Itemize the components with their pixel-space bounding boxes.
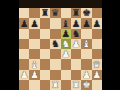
board-top-crop-band [19,0,102,8]
square-a4[interactable] [19,49,29,59]
white-pawn[interactable]: ♟ [61,49,70,58]
black-pawn[interactable]: ♟ [82,18,91,27]
black-pawn[interactable]: ♟ [61,29,70,38]
black-rook[interactable]: ♜ [72,8,81,17]
black-knight[interactable]: ♞ [51,39,60,48]
white-pawn[interactable]: ♟ [20,70,29,79]
black-pawn[interactable]: ♟ [30,18,39,27]
square-c2[interactable] [40,70,50,80]
square-c1[interactable] [40,80,50,90]
square-f4[interactable] [71,49,81,59]
square-e3[interactable] [61,59,71,69]
square-h3[interactable]: ♛ [92,59,102,69]
square-g1[interactable]: ♚ [81,80,91,90]
black-rook[interactable]: ♜ [41,8,50,17]
square-h5[interactable] [92,39,102,49]
square-d2[interactable] [50,70,60,80]
square-f3[interactable] [71,59,81,69]
square-b2[interactable]: ♟ [29,70,39,80]
square-a8[interactable] [19,8,29,18]
white-pawn[interactable]: ♟ [82,70,91,79]
chess-board: ♜♛♜♚♟♟♝♟♟♟♟♞♞♞♟♝♟♝♛♟♟♟♟♜♜♚ [19,8,102,90]
black-bishop[interactable]: ♝ [61,18,70,27]
square-a5[interactable] [19,39,29,49]
square-c3[interactable] [40,59,50,69]
square-b7[interactable]: ♟ [29,18,39,28]
square-g8[interactable]: ♚ [81,8,91,18]
left-letterbox-bar [0,0,19,90]
square-c7[interactable] [40,18,50,28]
square-e2[interactable] [61,70,71,80]
white-king[interactable]: ♚ [82,80,91,89]
square-b4[interactable] [29,49,39,59]
square-a6[interactable] [19,29,29,39]
square-f2[interactable] [71,70,81,80]
white-bishop[interactable]: ♝ [30,59,39,68]
square-g3[interactable] [81,59,91,69]
black-king[interactable]: ♚ [82,8,91,17]
video-frame: ♜♛♜♚♟♟♝♟♟♟♟♞♞♞♟♝♟♝♛♟♟♟♟♜♜♚ [0,0,120,90]
square-c5[interactable] [40,39,50,49]
white-queen[interactable]: ♛ [93,59,102,68]
white-pawn[interactable]: ♟ [72,39,81,48]
square-b3[interactable]: ♝ [29,59,39,69]
square-c8[interactable]: ♜ [40,8,50,18]
square-d6[interactable] [50,29,60,39]
right-letterbox-bar [102,0,120,90]
square-h4[interactable] [92,49,102,59]
square-d5[interactable]: ♞ [50,39,60,49]
square-e7[interactable]: ♝ [61,18,71,28]
square-g7[interactable]: ♟ [81,18,91,28]
square-h6[interactable] [92,29,102,39]
square-e1[interactable] [61,80,71,90]
square-a2[interactable]: ♟ [19,70,29,80]
white-pawn[interactable]: ♟ [30,70,39,79]
black-pawn[interactable]: ♟ [72,18,81,27]
square-h8[interactable] [92,8,102,18]
white-rook[interactable]: ♜ [72,80,81,89]
square-g5[interactable]: ♝ [81,39,91,49]
square-e8[interactable] [61,8,71,18]
square-b8[interactable] [29,8,39,18]
square-d7[interactable] [50,18,60,28]
white-rook[interactable]: ♜ [51,80,60,89]
square-a3[interactable] [19,59,29,69]
square-d3[interactable] [50,59,60,69]
square-a1[interactable] [19,80,29,90]
square-f6[interactable]: ♞ [71,29,81,39]
square-e5[interactable]: ♞ [61,39,71,49]
square-f7[interactable]: ♟ [71,18,81,28]
square-d4[interactable] [50,49,60,59]
square-d8[interactable]: ♛ [50,8,60,18]
square-a7[interactable]: ♟ [19,18,29,28]
white-knight[interactable]: ♞ [61,39,70,48]
square-e6[interactable]: ♟ [61,29,71,39]
square-c6[interactable] [40,29,50,39]
square-h2[interactable]: ♟ [92,70,102,80]
black-pawn[interactable]: ♟ [93,18,102,27]
square-d1[interactable]: ♜ [50,80,60,90]
square-c4[interactable] [40,49,50,59]
black-knight[interactable]: ♞ [72,29,81,38]
square-e4[interactable]: ♟ [61,49,71,59]
square-g4[interactable] [81,49,91,59]
white-pawn[interactable]: ♟ [93,70,102,79]
square-b5[interactable] [29,39,39,49]
square-g6[interactable] [81,29,91,39]
square-f1[interactable]: ♜ [71,80,81,90]
square-f5[interactable]: ♟ [71,39,81,49]
square-g2[interactable]: ♟ [81,70,91,80]
black-queen[interactable]: ♛ [51,8,60,17]
square-h1[interactable] [92,80,102,90]
square-b6[interactable] [29,29,39,39]
black-pawn[interactable]: ♟ [20,18,29,27]
square-f8[interactable]: ♜ [71,8,81,18]
white-bishop[interactable]: ♝ [82,39,91,48]
square-h7[interactable]: ♟ [92,18,102,28]
square-b1[interactable] [29,80,39,90]
